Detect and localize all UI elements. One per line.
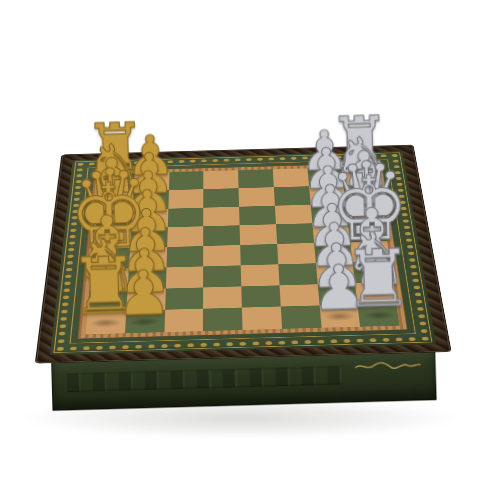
camera-tilt: ♜♞♝♛♚♝♞♜♟♟♟♟♟♟♟♟♟♟♟♟♟♟♟♟♜♞♝♛♚♝♞♜ <box>0 0 480 480</box>
pieces-layer: ♜♞♝♛♚♝♞♜♟♟♟♟♟♟♟♟♟♟♟♟♟♟♟♟♜♞♝♛♚♝♞♜ <box>85 166 399 334</box>
chess-board: ♜♞♝♛♚♝♞♜♟♟♟♟♟♟♟♟♟♟♟♟♟♟♟♟♜♞♝♛♚♝♞♜ <box>36 145 451 363</box>
scene: ♜♞♝♛♚♝♞♜♟♟♟♟♟♟♟♟♟♟♟♟♟♟♟♟♜♞♝♛♚♝♞♜ <box>0 0 480 480</box>
green-leather-border: ♜♞♝♛♚♝♞♜♟♟♟♟♟♟♟♟♟♟♟♟♟♟♟♟♜♞♝♛♚♝♞♜ <box>50 151 436 355</box>
silver-rook-glyph: ♜ <box>341 238 414 319</box>
maker-signature-embossing <box>353 358 423 373</box>
case-emboss-band <box>67 366 343 392</box>
product-photo: ♜♞♝♛♚♝♞♜♟♟♟♟♟♟♟♟♟♟♟♟♟♟♟♟♜♞♝♛♚♝♞♜ <box>0 0 480 480</box>
gold-pawn-glyph: ♟ <box>115 261 172 324</box>
